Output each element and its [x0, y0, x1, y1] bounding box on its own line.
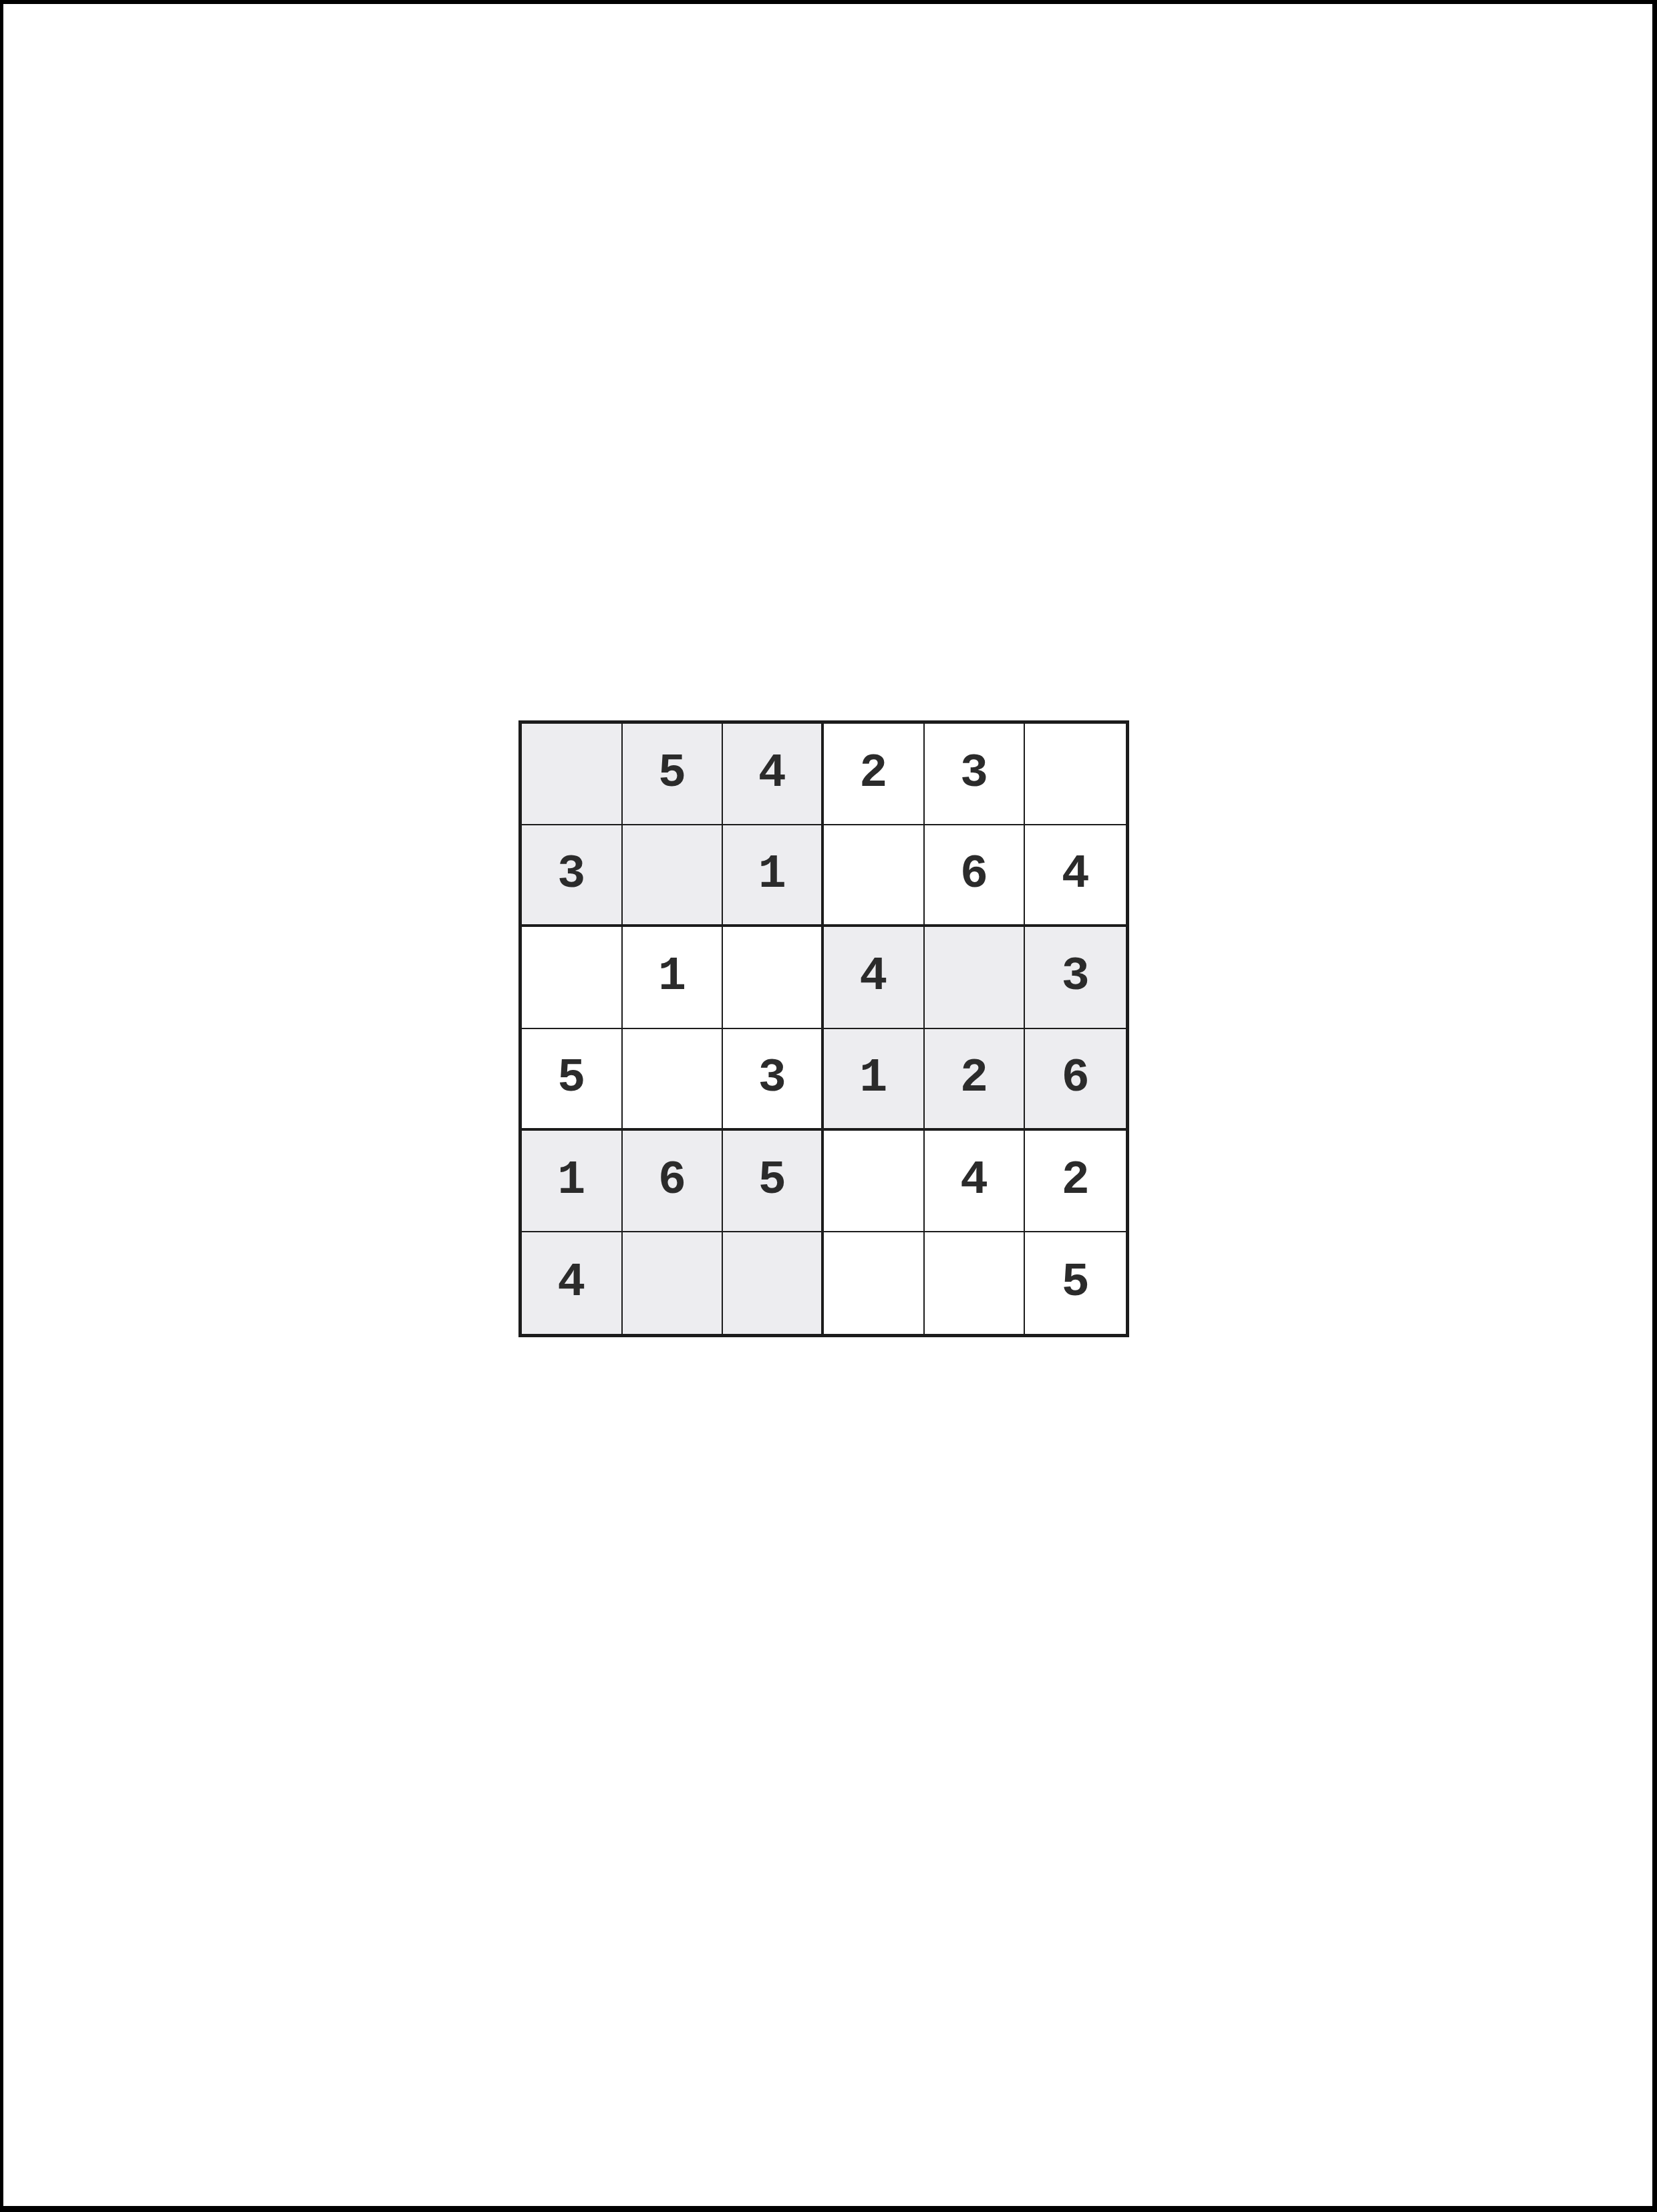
sudoku-cell-r2c1[interactable]: 3	[522, 825, 623, 927]
sudoku-cell-r3c3[interactable]	[723, 927, 824, 1028]
sudoku-cell-r4c1[interactable]: 5	[522, 1029, 623, 1131]
sudoku-cell-r2c5[interactable]: 6	[925, 825, 1026, 927]
sudoku-cell-r6c6[interactable]: 5	[1025, 1232, 1126, 1334]
sudoku-cell-r6c2[interactable]	[623, 1232, 724, 1334]
sudoku-cell-r5c2[interactable]: 6	[623, 1131, 724, 1232]
sudoku-cell-r1c5[interactable]: 3	[925, 724, 1026, 825]
sudoku-cell-r2c4[interactable]	[824, 825, 925, 927]
sudoku-cell-r1c4[interactable]: 2	[824, 724, 925, 825]
sudoku-cell-r5c5[interactable]: 4	[925, 1131, 1026, 1232]
sudoku-cell-r5c4[interactable]	[824, 1131, 925, 1232]
sudoku-cell-r5c3[interactable]: 5	[723, 1131, 824, 1232]
sudoku-cell-r4c3[interactable]: 3	[723, 1029, 824, 1131]
sudoku-cell-r1c6[interactable]	[1025, 724, 1126, 825]
sudoku-cell-r5c1[interactable]: 1	[522, 1131, 623, 1232]
sudoku-board: 54233164143531261654245	[518, 720, 1129, 1337]
sudoku-cell-r2c2[interactable]	[623, 825, 724, 927]
sudoku-cell-r3c1[interactable]	[522, 927, 623, 1028]
sudoku-cell-r2c6[interactable]: 4	[1025, 825, 1126, 927]
sudoku-cell-r2c3[interactable]: 1	[723, 825, 824, 927]
sudoku-cell-r3c4[interactable]: 4	[824, 927, 925, 1028]
sudoku-cell-r5c6[interactable]: 2	[1025, 1131, 1126, 1232]
sudoku-cell-r4c6[interactable]: 6	[1025, 1029, 1126, 1131]
sudoku-cell-r1c3[interactable]: 4	[723, 724, 824, 825]
sudoku-cell-r3c2[interactable]: 1	[623, 927, 724, 1028]
sudoku-cell-r4c5[interactable]: 2	[925, 1029, 1026, 1131]
sudoku-cell-r1c1[interactable]	[522, 724, 623, 825]
sudoku-cell-r6c5[interactable]	[925, 1232, 1026, 1334]
sudoku-cell-r4c4[interactable]: 1	[824, 1029, 925, 1131]
sudoku-cell-r4c2[interactable]	[623, 1029, 724, 1131]
scanned-puzzle-page: 54233164143531261654245	[0, 0, 1657, 2212]
sudoku-cell-r3c6[interactable]: 3	[1025, 927, 1126, 1028]
sudoku-cell-r3c5[interactable]	[925, 927, 1026, 1028]
sudoku-cell-r6c1[interactable]: 4	[522, 1232, 623, 1334]
sudoku-cell-r6c3[interactable]	[723, 1232, 824, 1334]
sudoku-cell-r6c4[interactable]	[824, 1232, 925, 1334]
sudoku-cell-r1c2[interactable]: 5	[623, 724, 724, 825]
